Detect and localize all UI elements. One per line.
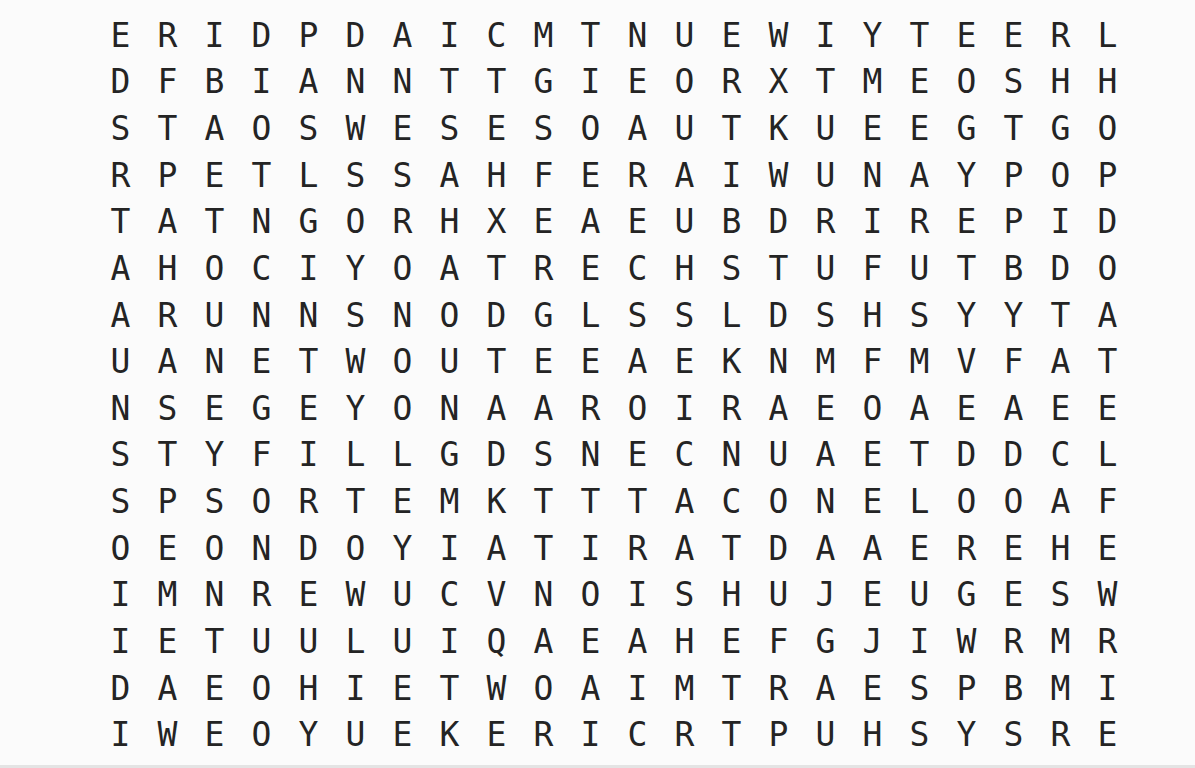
grid-cell[interactable]: N [379, 59, 426, 106]
grid-cell[interactable]: E [849, 572, 896, 619]
grid-cell[interactable]: I [614, 665, 661, 712]
grid-cell[interactable]: U [661, 199, 708, 246]
grid-cell[interactable]: R [238, 572, 285, 619]
grid-cell[interactable]: O [614, 385, 661, 432]
grid-cell[interactable]: D [332, 12, 379, 59]
grid-cell[interactable]: N [849, 152, 896, 199]
grid-cell[interactable]: N [191, 572, 238, 619]
grid-cell[interactable]: S [614, 292, 661, 339]
grid-cell[interactable]: T [1037, 292, 1084, 339]
grid-cell[interactable]: A [614, 618, 661, 665]
grid-cell[interactable]: G [426, 432, 473, 479]
grid-cell[interactable]: R [144, 12, 191, 59]
grid-cell[interactable]: A [473, 525, 520, 572]
grid-cell[interactable]: T [896, 12, 943, 59]
grid-cell[interactable]: A [97, 245, 144, 292]
grid-cell[interactable]: W [332, 105, 379, 152]
grid-cell[interactable]: I [332, 665, 379, 712]
grid-cell[interactable]: A [285, 59, 332, 106]
grid-cell[interactable]: N [285, 292, 332, 339]
grid-cell[interactable]: E [379, 478, 426, 525]
grid-cell[interactable]: A [567, 199, 614, 246]
grid-cell[interactable]: E [520, 338, 567, 385]
grid-cell[interactable]: L [1084, 12, 1131, 59]
grid-cell[interactable]: R [1037, 12, 1084, 59]
grid-cell[interactable]: R [379, 199, 426, 246]
grid-cell[interactable]: T [1084, 338, 1131, 385]
grid-cell[interactable]: F [755, 618, 802, 665]
grid-cell[interactable]: T [614, 478, 661, 525]
grid-cell[interactable]: W [755, 12, 802, 59]
grid-cell[interactable]: W [332, 338, 379, 385]
grid-cell[interactable]: E [896, 525, 943, 572]
grid-cell[interactable]: D [990, 432, 1037, 479]
grid-cell[interactable]: R [708, 385, 755, 432]
grid-cell[interactable]: T [708, 665, 755, 712]
grid-cell[interactable]: O [567, 105, 614, 152]
grid-cell[interactable]: K [473, 478, 520, 525]
grid-cell[interactable]: T [802, 59, 849, 106]
grid-cell[interactable]: D [1037, 245, 1084, 292]
grid-cell[interactable]: E [896, 105, 943, 152]
grid-cell[interactable]: L [567, 292, 614, 339]
grid-cell[interactable]: H [144, 245, 191, 292]
grid-cell[interactable]: N [379, 292, 426, 339]
grid-cell[interactable]: R [708, 59, 755, 106]
grid-cell[interactable]: H [1084, 59, 1131, 106]
grid-cell[interactable]: U [379, 618, 426, 665]
grid-cell[interactable]: W [144, 711, 191, 758]
grid-cell[interactable]: N [520, 572, 567, 619]
grid-cell[interactable]: A [144, 665, 191, 712]
grid-cell[interactable]: H [708, 572, 755, 619]
grid-cell[interactable]: M [896, 338, 943, 385]
grid-cell[interactable]: H [473, 152, 520, 199]
grid-cell[interactable]: E [849, 105, 896, 152]
grid-cell[interactable]: S [990, 59, 1037, 106]
grid-cell[interactable]: D [755, 292, 802, 339]
grid-cell[interactable]: N [238, 199, 285, 246]
grid-cell[interactable]: M [1037, 665, 1084, 712]
grid-cell[interactable]: F [849, 338, 896, 385]
grid-cell[interactable]: E [144, 525, 191, 572]
grid-cell[interactable]: S [144, 385, 191, 432]
grid-cell[interactable]: C [661, 432, 708, 479]
grid-cell[interactable]: A [802, 525, 849, 572]
grid-cell[interactable]: S [97, 105, 144, 152]
grid-cell[interactable]: T [473, 59, 520, 106]
grid-cell[interactable]: M [661, 665, 708, 712]
grid-cell[interactable]: R [97, 152, 144, 199]
grid-cell[interactable]: R [661, 711, 708, 758]
grid-cell[interactable]: S [708, 245, 755, 292]
grid-cell[interactable]: Y [285, 711, 332, 758]
grid-cell[interactable]: R [943, 525, 990, 572]
grid-cell[interactable]: W [755, 152, 802, 199]
grid-cell[interactable]: L [1084, 432, 1131, 479]
grid-cell[interactable]: I [567, 711, 614, 758]
grid-cell[interactable]: A [896, 385, 943, 432]
grid-cell[interactable]: D [1084, 199, 1131, 246]
grid-cell[interactable]: S [802, 292, 849, 339]
grid-cell[interactable]: L [332, 432, 379, 479]
grid-cell[interactable]: D [97, 665, 144, 712]
grid-cell[interactable]: Q [473, 618, 520, 665]
grid-cell[interactable]: E [238, 338, 285, 385]
grid-cell[interactable]: I [191, 12, 238, 59]
grid-cell[interactable]: U [332, 711, 379, 758]
grid-cell[interactable]: U [802, 105, 849, 152]
grid-cell[interactable]: E [708, 12, 755, 59]
grid-cell[interactable]: T [567, 12, 614, 59]
grid-cell[interactable]: I [285, 245, 332, 292]
grid-cell[interactable]: G [285, 199, 332, 246]
grid-cell[interactable]: A [1084, 292, 1131, 339]
grid-cell[interactable]: B [708, 199, 755, 246]
grid-cell[interactable]: R [896, 199, 943, 246]
grid-cell[interactable]: X [473, 199, 520, 246]
grid-cell[interactable]: N [755, 338, 802, 385]
grid-cell[interactable]: H [661, 245, 708, 292]
grid-cell[interactable]: T [144, 432, 191, 479]
grid-cell[interactable]: S [520, 432, 567, 479]
grid-cell[interactable]: O [379, 385, 426, 432]
grid-cell[interactable]: M [520, 12, 567, 59]
grid-cell[interactable]: C [614, 245, 661, 292]
grid-cell[interactable]: J [849, 618, 896, 665]
grid-cell[interactable]: O [191, 245, 238, 292]
grid-cell[interactable]: O [332, 199, 379, 246]
grid-cell[interactable]: S [426, 105, 473, 152]
grid-cell[interactable]: E [191, 711, 238, 758]
grid-cell[interactable]: E [567, 245, 614, 292]
grid-cell[interactable]: L [332, 618, 379, 665]
grid-cell[interactable]: U [661, 105, 708, 152]
grid-cell[interactable]: R [755, 665, 802, 712]
grid-cell[interactable]: A [144, 338, 191, 385]
grid-cell[interactable]: U [379, 572, 426, 619]
grid-cell[interactable]: A [661, 525, 708, 572]
grid-cell[interactable]: T [708, 525, 755, 572]
grid-cell[interactable]: F [238, 432, 285, 479]
grid-cell[interactable]: C [1037, 432, 1084, 479]
grid-cell[interactable]: A [191, 105, 238, 152]
grid-cell[interactable]: A [849, 525, 896, 572]
grid-cell[interactable]: E [849, 665, 896, 712]
grid-cell[interactable]: A [567, 665, 614, 712]
grid-cell[interactable]: Y [943, 292, 990, 339]
grid-cell[interactable]: I [1037, 199, 1084, 246]
grid-cell[interactable]: B [990, 245, 1037, 292]
grid-cell[interactable]: D [473, 292, 520, 339]
grid-cell[interactable]: P [285, 12, 332, 59]
grid-cell[interactable]: N [802, 478, 849, 525]
grid-cell[interactable]: T [708, 105, 755, 152]
grid-cell[interactable]: W [473, 665, 520, 712]
grid-cell[interactable]: E [990, 572, 1037, 619]
grid-cell[interactable]: E [473, 105, 520, 152]
grid-cell[interactable]: H [661, 618, 708, 665]
grid-cell[interactable]: O [943, 59, 990, 106]
grid-cell[interactable]: M [1037, 618, 1084, 665]
grid-cell[interactable]: G [1037, 105, 1084, 152]
grid-cell[interactable]: T [520, 478, 567, 525]
grid-cell[interactable]: T [332, 478, 379, 525]
grid-cell[interactable]: N [567, 432, 614, 479]
grid-cell[interactable]: E [943, 199, 990, 246]
grid-cell[interactable]: A [1037, 338, 1084, 385]
grid-cell[interactable]: I [614, 572, 661, 619]
grid-cell[interactable]: S [896, 292, 943, 339]
grid-cell[interactable]: Y [379, 525, 426, 572]
grid-cell[interactable]: T [473, 338, 520, 385]
grid-cell[interactable]: Y [332, 245, 379, 292]
grid-cell[interactable]: L [379, 432, 426, 479]
grid-cell[interactable]: R [520, 711, 567, 758]
grid-cell[interactable]: F [990, 338, 1037, 385]
grid-cell[interactable]: T [426, 59, 473, 106]
grid-cell[interactable]: A [473, 385, 520, 432]
grid-cell[interactable]: E [379, 665, 426, 712]
grid-cell[interactable]: E [1084, 385, 1131, 432]
grid-cell[interactable]: O [755, 478, 802, 525]
grid-cell[interactable]: T [473, 245, 520, 292]
grid-cell[interactable]: B [191, 59, 238, 106]
grid-cell[interactable]: O [379, 338, 426, 385]
grid-cell[interactable]: M [426, 478, 473, 525]
grid-cell[interactable]: F [144, 59, 191, 106]
grid-cell[interactable]: I [97, 572, 144, 619]
grid-cell[interactable]: E [990, 525, 1037, 572]
grid-cell[interactable]: N [238, 525, 285, 572]
grid-cell[interactable]: E [943, 12, 990, 59]
grid-cell[interactable]: P [755, 711, 802, 758]
grid-cell[interactable]: O [849, 385, 896, 432]
grid-cell[interactable]: E [191, 152, 238, 199]
grid-cell[interactable]: R [614, 152, 661, 199]
grid-cell[interactable]: O [1084, 105, 1131, 152]
grid-cell[interactable]: F [849, 245, 896, 292]
grid-cell[interactable]: O [379, 245, 426, 292]
grid-cell[interactable]: I [567, 525, 614, 572]
grid-cell[interactable]: Y [191, 432, 238, 479]
grid-cell[interactable]: E [191, 385, 238, 432]
grid-cell[interactable]: W [943, 618, 990, 665]
grid-cell[interactable]: E [567, 152, 614, 199]
grid-cell[interactable]: S [332, 152, 379, 199]
grid-cell[interactable]: N [426, 385, 473, 432]
grid-cell[interactable]: R [144, 292, 191, 339]
grid-cell[interactable]: T [520, 525, 567, 572]
grid-cell[interactable]: O [990, 478, 1037, 525]
grid-cell[interactable]: I [802, 12, 849, 59]
grid-cell[interactable]: A [379, 12, 426, 59]
grid-cell[interactable]: T [191, 618, 238, 665]
grid-cell[interactable]: K [755, 105, 802, 152]
grid-cell[interactable]: I [238, 59, 285, 106]
grid-cell[interactable]: W [1084, 572, 1131, 619]
grid-cell[interactable]: E [520, 199, 567, 246]
grid-cell[interactable]: U [896, 245, 943, 292]
grid-cell[interactable]: M [144, 572, 191, 619]
grid-cell[interactable]: E [896, 59, 943, 106]
grid-cell[interactable]: H [1037, 525, 1084, 572]
grid-cell[interactable]: P [943, 665, 990, 712]
grid-cell[interactable]: O [1037, 152, 1084, 199]
grid-cell[interactable]: Y [332, 385, 379, 432]
grid-cell[interactable]: L [708, 292, 755, 339]
grid-cell[interactable]: Y [943, 711, 990, 758]
grid-cell[interactable]: L [896, 478, 943, 525]
grid-cell[interactable]: T [755, 245, 802, 292]
grid-cell[interactable]: A [426, 245, 473, 292]
grid-cell[interactable]: E [802, 385, 849, 432]
grid-cell[interactable]: U [285, 618, 332, 665]
grid-cell[interactable]: E [849, 478, 896, 525]
grid-cell[interactable]: G [520, 292, 567, 339]
grid-cell[interactable]: C [473, 12, 520, 59]
grid-cell[interactable]: P [990, 199, 1037, 246]
grid-cell[interactable]: E [567, 618, 614, 665]
grid-cell[interactable]: A [97, 292, 144, 339]
grid-cell[interactable]: I [896, 618, 943, 665]
grid-cell[interactable]: R [614, 525, 661, 572]
grid-cell[interactable]: E [1084, 711, 1131, 758]
grid-cell[interactable]: H [1037, 59, 1084, 106]
grid-cell[interactable]: U [896, 572, 943, 619]
grid-cell[interactable]: E [1037, 385, 1084, 432]
grid-cell[interactable]: D [238, 12, 285, 59]
grid-cell[interactable]: H [426, 199, 473, 246]
grid-cell[interactable]: C [238, 245, 285, 292]
grid-cell[interactable]: I [97, 618, 144, 665]
grid-cell[interactable]: A [755, 385, 802, 432]
grid-cell[interactable]: O [332, 525, 379, 572]
grid-cell[interactable]: S [661, 572, 708, 619]
grid-cell[interactable]: N [97, 385, 144, 432]
grid-cell[interactable]: D [97, 59, 144, 106]
grid-cell[interactable]: I [661, 385, 708, 432]
grid-cell[interactable]: T [191, 199, 238, 246]
grid-cell[interactable]: T [990, 105, 1037, 152]
grid-cell[interactable]: A [802, 432, 849, 479]
grid-cell[interactable]: R [802, 199, 849, 246]
grid-cell[interactable]: O [1084, 245, 1131, 292]
grid-cell[interactable]: O [661, 59, 708, 106]
grid-cell[interactable]: R [1037, 711, 1084, 758]
grid-cell[interactable]: B [990, 665, 1037, 712]
grid-cell[interactable]: G [802, 618, 849, 665]
grid-cell[interactable]: A [520, 618, 567, 665]
grid-cell[interactable]: U [426, 338, 473, 385]
grid-cell[interactable]: S [896, 665, 943, 712]
grid-cell[interactable]: E [473, 711, 520, 758]
grid-cell[interactable]: O [426, 292, 473, 339]
grid-cell[interactable]: S [191, 478, 238, 525]
grid-cell[interactable]: K [708, 338, 755, 385]
grid-cell[interactable]: A [896, 152, 943, 199]
grid-cell[interactable]: U [97, 338, 144, 385]
grid-cell[interactable]: J [802, 572, 849, 619]
grid-cell[interactable]: M [802, 338, 849, 385]
grid-cell[interactable]: C [708, 478, 755, 525]
grid-cell[interactable]: A [520, 385, 567, 432]
grid-cell[interactable]: K [426, 711, 473, 758]
grid-cell[interactable]: L [285, 152, 332, 199]
grid-cell[interactable]: F [1084, 478, 1131, 525]
grid-cell[interactable]: U [802, 152, 849, 199]
grid-cell[interactable]: T [567, 478, 614, 525]
grid-cell[interactable]: G [943, 572, 990, 619]
grid-cell[interactable]: R [520, 245, 567, 292]
grid-cell[interactable]: A [661, 152, 708, 199]
grid-cell[interactable]: N [238, 292, 285, 339]
grid-cell[interactable]: G [238, 385, 285, 432]
grid-cell[interactable]: E [191, 665, 238, 712]
grid-cell[interactable]: I [1084, 665, 1131, 712]
grid-cell[interactable]: H [849, 292, 896, 339]
grid-cell[interactable]: I [849, 199, 896, 246]
grid-cell[interactable]: D [943, 432, 990, 479]
grid-cell[interactable]: E [990, 12, 1037, 59]
grid-cell[interactable]: U [661, 12, 708, 59]
grid-cell[interactable]: E [614, 199, 661, 246]
grid-cell[interactable]: I [708, 152, 755, 199]
grid-cell[interactable]: N [614, 12, 661, 59]
grid-cell[interactable]: G [520, 59, 567, 106]
grid-cell[interactable]: C [614, 711, 661, 758]
grid-cell[interactable]: S [97, 478, 144, 525]
grid-cell[interactable]: W [332, 572, 379, 619]
grid-cell[interactable]: A [614, 105, 661, 152]
grid-cell[interactable]: I [426, 525, 473, 572]
grid-cell[interactable]: P [144, 478, 191, 525]
grid-cell[interactable]: P [144, 152, 191, 199]
grid-cell[interactable]: U [802, 711, 849, 758]
grid-cell[interactable]: I [285, 432, 332, 479]
grid-cell[interactable]: T [97, 199, 144, 246]
grid-cell[interactable]: O [520, 665, 567, 712]
grid-cell[interactable]: E [379, 711, 426, 758]
grid-cell[interactable]: S [379, 152, 426, 199]
grid-cell[interactable]: E [285, 572, 332, 619]
grid-cell[interactable]: O [567, 572, 614, 619]
grid-cell[interactable]: V [943, 338, 990, 385]
grid-cell[interactable]: O [238, 478, 285, 525]
grid-cell[interactable]: N [708, 432, 755, 479]
grid-cell[interactable]: A [802, 665, 849, 712]
grid-cell[interactable]: U [755, 572, 802, 619]
grid-cell[interactable]: R [990, 618, 1037, 665]
grid-cell[interactable]: O [191, 525, 238, 572]
grid-cell[interactable]: O [238, 711, 285, 758]
grid-cell[interactable]: S [661, 292, 708, 339]
grid-cell[interactable]: G [943, 105, 990, 152]
grid-cell[interactable]: T [943, 245, 990, 292]
grid-cell[interactable]: A [144, 199, 191, 246]
grid-cell[interactable]: A [990, 385, 1037, 432]
grid-cell[interactable]: O [943, 478, 990, 525]
grid-cell[interactable]: S [520, 105, 567, 152]
grid-cell[interactable]: I [97, 711, 144, 758]
grid-cell[interactable]: E [849, 432, 896, 479]
grid-cell[interactable]: N [332, 59, 379, 106]
grid-cell[interactable]: S [97, 432, 144, 479]
grid-cell[interactable]: R [285, 478, 332, 525]
grid-cell[interactable]: U [802, 245, 849, 292]
grid-cell[interactable]: S [896, 711, 943, 758]
grid-cell[interactable]: O [97, 525, 144, 572]
